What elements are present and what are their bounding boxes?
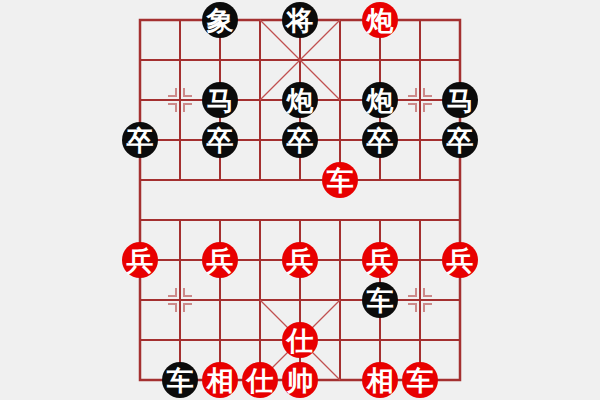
piece-red-soldier[interactable]: 兵 (442, 242, 478, 278)
piece-black-elephant[interactable]: 象 (202, 2, 238, 38)
xiangqi-board: 象将炮马炮炮马卒卒卒卒卒车兵兵兵兵兵车仕车相仕帅相车 (0, 0, 600, 400)
piece-red-elephant[interactable]: 相 (202, 362, 238, 398)
piece-red-elephant[interactable]: 相 (362, 362, 398, 398)
piece-red-advisor[interactable]: 仕 (282, 322, 318, 358)
piece-black-chariot[interactable]: 车 (162, 362, 198, 398)
piece-black-soldier[interactable]: 卒 (442, 122, 478, 158)
piece-red-cannon[interactable]: 炮 (362, 2, 398, 38)
piece-black-horse[interactable]: 马 (202, 82, 238, 118)
piece-red-soldier[interactable]: 兵 (202, 242, 238, 278)
piece-red-soldier[interactable]: 兵 (122, 242, 158, 278)
piece-black-soldier[interactable]: 卒 (282, 122, 318, 158)
piece-black-soldier[interactable]: 卒 (122, 122, 158, 158)
piece-red-chariot[interactable]: 车 (402, 362, 438, 398)
piece-red-general[interactable]: 帅 (282, 362, 318, 398)
piece-black-soldier[interactable]: 卒 (202, 122, 238, 158)
piece-red-chariot[interactable]: 车 (322, 162, 358, 198)
piece-red-soldier[interactable]: 兵 (362, 242, 398, 278)
piece-black-cannon[interactable]: 炮 (282, 82, 318, 118)
piece-black-horse[interactable]: 马 (442, 82, 478, 118)
pieces-layer: 象将炮马炮炮马卒卒卒卒卒车兵兵兵兵兵车仕车相仕帅相车 (120, 0, 480, 400)
piece-black-soldier[interactable]: 卒 (362, 122, 398, 158)
piece-black-chariot[interactable]: 车 (362, 282, 398, 318)
piece-red-advisor[interactable]: 仕 (242, 362, 278, 398)
piece-black-general[interactable]: 将 (282, 2, 318, 38)
piece-black-cannon[interactable]: 炮 (362, 82, 398, 118)
piece-red-soldier[interactable]: 兵 (282, 242, 318, 278)
